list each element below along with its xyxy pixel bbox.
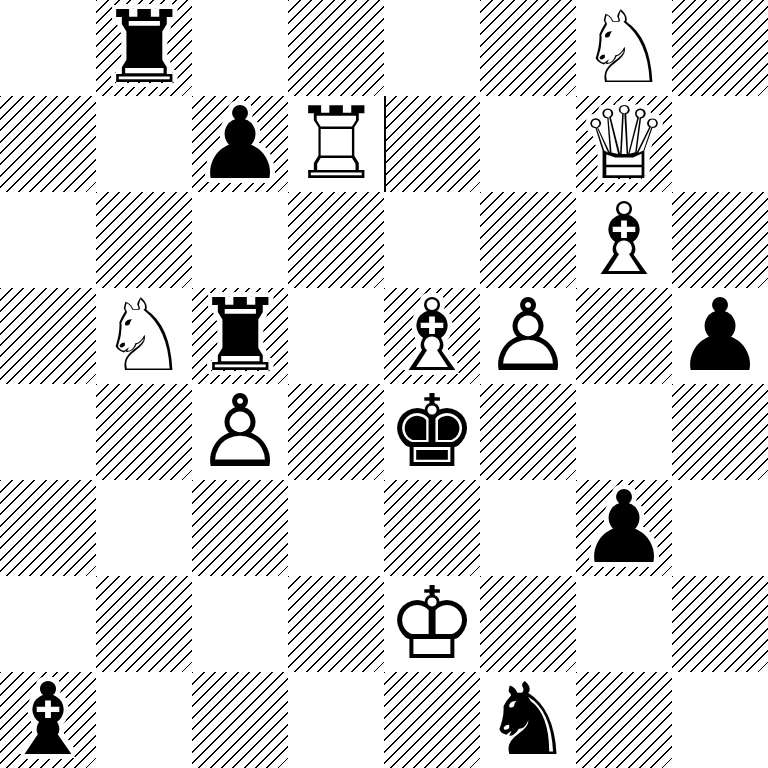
square-f3[interactable] [480,480,576,576]
piece-white-bishop-icon: ♗ [576,192,672,288]
square-f2[interactable] [480,576,576,672]
square-c1[interactable] [192,672,288,768]
square-f8[interactable] [480,0,576,96]
piece-white-rook-icon: ♖ [288,96,384,192]
piece-halo: ♟ [192,384,288,480]
square-f4[interactable] [480,384,576,480]
square-h5[interactable]: ♟♟ [672,288,768,384]
square-f6[interactable] [480,192,576,288]
square-a2[interactable] [0,576,96,672]
piece-black-rook-icon: ♜ [96,0,192,96]
piece-halo: ♚ [384,384,480,480]
square-e8[interactable] [384,0,480,96]
square-e1[interactable] [384,672,480,768]
square-g8[interactable]: ♞♘ [576,0,672,96]
square-c5[interactable]: ♜♜ [192,288,288,384]
square-f5[interactable]: ♟♙ [480,288,576,384]
square-g1[interactable] [576,672,672,768]
piece-black-knight-icon: ♞ [480,672,576,768]
square-h3[interactable] [672,480,768,576]
square-b5[interactable]: ♞♘ [96,288,192,384]
square-a8[interactable] [0,0,96,96]
square-g4[interactable] [576,384,672,480]
square-h1[interactable] [672,672,768,768]
square-c8[interactable] [192,0,288,96]
piece-halo: ♝ [0,672,96,768]
square-d7[interactable]: ♜♖ [288,96,384,192]
square-c4[interactable]: ♟♙ [192,384,288,480]
square-a4[interactable] [0,384,96,480]
piece-white-knight-icon: ♘ [96,288,192,384]
square-d4[interactable] [288,384,384,480]
square-c7[interactable]: ♟♟ [192,96,288,192]
square-g6[interactable]: ♝♗ [576,192,672,288]
piece-halo: ♟ [480,288,576,384]
piece-black-pawn-icon: ♟ [672,288,768,384]
square-g5[interactable] [576,288,672,384]
square-h7[interactable] [672,96,768,192]
square-a6[interactable] [0,192,96,288]
piece-white-queen-icon: ♕ [576,96,672,192]
square-b4[interactable] [96,384,192,480]
square-d6[interactable] [288,192,384,288]
square-h4[interactable] [672,384,768,480]
piece-white-pawn-icon: ♙ [480,288,576,384]
square-b1[interactable] [96,672,192,768]
piece-halo: ♜ [96,0,192,96]
piece-halo: ♟ [192,96,288,192]
piece-halo: ♛ [576,96,672,192]
piece-black-king-icon: ♚ [384,384,480,480]
square-h2[interactable] [672,576,768,672]
piece-halo: ♟ [672,288,768,384]
piece-white-king-icon: ♔ [384,576,480,672]
square-e4[interactable]: ♚♚ [384,384,480,480]
piece-black-rook-icon: ♜ [192,288,288,384]
square-d1[interactable] [288,672,384,768]
square-a7[interactable] [0,96,96,192]
piece-halo: ♜ [288,96,384,192]
square-h8[interactable] [672,0,768,96]
square-b6[interactable] [96,192,192,288]
piece-halo: ♜ [192,288,288,384]
piece-halo: ♞ [96,288,192,384]
chessboard: ♜♜♞♘♟♟♜♖♛♕♝♗♞♘♜♜♝♗♟♙♟♟♟♙♚♚♟♟♚♔♝♝♞♞ [0,0,768,768]
piece-black-pawn-icon: ♟ [576,480,672,576]
square-c6[interactable] [192,192,288,288]
square-b3[interactable] [96,480,192,576]
square-e3[interactable] [384,480,480,576]
square-f7[interactable] [480,96,576,192]
square-d2[interactable] [288,576,384,672]
square-e7[interactable] [384,96,480,192]
square-a3[interactable] [0,480,96,576]
piece-halo: ♝ [384,288,480,384]
square-g3[interactable]: ♟♟ [576,480,672,576]
piece-white-pawn-icon: ♙ [192,384,288,480]
piece-halo: ♞ [480,672,576,768]
piece-black-bishop-icon: ♝ [0,672,96,768]
square-d8[interactable] [288,0,384,96]
square-g2[interactable] [576,576,672,672]
square-a1[interactable]: ♝♝ [0,672,96,768]
piece-halo: ♚ [384,576,480,672]
square-e2[interactable]: ♚♔ [384,576,480,672]
square-f1[interactable]: ♞♞ [480,672,576,768]
square-b2[interactable] [96,576,192,672]
square-c3[interactable] [192,480,288,576]
square-e5[interactable]: ♝♗ [384,288,480,384]
piece-white-bishop-icon: ♗ [384,288,480,384]
piece-halo: ♟ [576,480,672,576]
square-e6[interactable] [384,192,480,288]
square-b8[interactable]: ♜♜ [96,0,192,96]
piece-white-knight-icon: ♘ [576,0,672,96]
square-d5[interactable] [288,288,384,384]
piece-black-pawn-icon: ♟ [192,96,288,192]
piece-halo: ♝ [576,192,672,288]
square-c2[interactable] [192,576,288,672]
piece-halo: ♞ [576,0,672,96]
square-g7[interactable]: ♛♕ [576,96,672,192]
square-b7[interactable] [96,96,192,192]
square-h6[interactable] [672,192,768,288]
square-d3[interactable] [288,480,384,576]
square-a5[interactable] [0,288,96,384]
